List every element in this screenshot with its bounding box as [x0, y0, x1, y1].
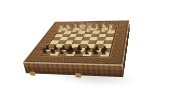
square-b8: ♞ [91, 52, 101, 56]
piece-black-queen: ♛ [72, 46, 82, 56]
carved-board-top: ♜♞♝♚♛♝♞♜♟♟♟♟♟♟♟♟♟♟♟♟♟♟♟♟♜♞♝♚♛♝♞♜ [23, 20, 129, 65]
piece-white-pawn: ♟ [91, 28, 99, 34]
chess-board: ♜♞♝♚♛♝♞♜♟♟♟♟♟♟♟♟♟♟♟♟♟♟♟♟♜♞♝♚♛♝♞♜ [41, 27, 115, 56]
piece-white-pawn: ♟ [84, 28, 92, 34]
piece-white-pawn: ♟ [63, 28, 71, 34]
wooden-chess-box: ♜♞♝♚♛♝♞♜♟♟♟♟♟♟♟♟♟♟♟♟♟♟♟♟♜♞♝♚♛♝♞♜ [23, 20, 129, 65]
brass-latch-icon [75, 73, 81, 77]
square-a8: ♜ [100, 52, 110, 57]
square-a3 [106, 34, 115, 37]
square-f4 [66, 37, 75, 40]
piece-black-knight: ♞ [90, 48, 100, 56]
piece-white-pawn: ♟ [106, 27, 114, 33]
square-a2: ♟ [107, 30, 115, 33]
piece-black-rook: ♜ [99, 49, 109, 57]
brass-latch-icon [30, 72, 36, 76]
piece-black-bishop: ♝ [81, 47, 91, 56]
piece-black-knight: ♞ [48, 48, 58, 56]
product-photo: ♜♞♝♚♛♝♞♜♟♟♟♟♟♟♟♟♟♟♟♟♟♟♟♟♜♞♝♚♛♝♞♜ [0, 0, 175, 105]
scene: ♜♞♝♚♛♝♞♜♟♟♟♟♟♟♟♟♟♟♟♟♟♟♟♟♜♞♝♚♛♝♞♜ [0, 0, 175, 105]
box-front-side [23, 62, 123, 77]
square-f3 [68, 34, 77, 37]
square-b3 [98, 34, 107, 37]
